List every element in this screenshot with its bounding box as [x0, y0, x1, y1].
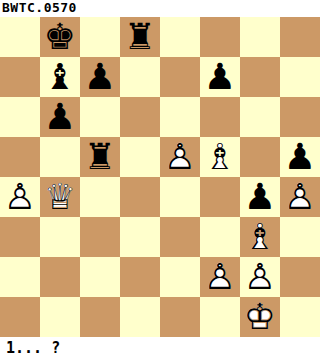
piece-white-king: ♚♔: [240, 297, 280, 337]
square-a2[interactable]: [0, 257, 40, 297]
piece-black-pawn: ♟: [80, 57, 120, 97]
piece-black-rook: ♜: [120, 17, 160, 57]
piece-white-queen: ♛♕: [40, 177, 80, 217]
black-pawn-glyph: ♟: [80, 57, 120, 97]
piece-white-pawn: ♟♙: [200, 257, 240, 297]
square-a6[interactable]: [0, 97, 40, 137]
square-b2[interactable]: [40, 257, 80, 297]
square-h5[interactable]: ♟: [280, 137, 320, 177]
black-pawn-glyph: ♟: [280, 137, 320, 177]
square-a1[interactable]: [0, 297, 40, 337]
white-pawn-outline: ♙: [0, 177, 40, 217]
black-rook-glyph: ♜: [120, 17, 160, 57]
black-rook-glyph: ♜: [80, 137, 120, 177]
piece-black-pawn: ♟: [200, 57, 240, 97]
piece-white-pawn: ♟♙: [240, 257, 280, 297]
white-bishop-outline: ♗: [200, 137, 240, 177]
piece-black-bishop: ♝: [40, 57, 80, 97]
piece-white-pawn: ♟♙: [280, 177, 320, 217]
square-g6[interactable]: [240, 97, 280, 137]
square-f7[interactable]: ♟: [200, 57, 240, 97]
square-d8[interactable]: ♜: [120, 17, 160, 57]
square-b6[interactable]: ♟: [40, 97, 80, 137]
square-f3[interactable]: [200, 217, 240, 257]
square-h2[interactable]: [280, 257, 320, 297]
square-c2[interactable]: [80, 257, 120, 297]
square-f8[interactable]: [200, 17, 240, 57]
piece-white-pawn: ♟♙: [160, 137, 200, 177]
square-g4[interactable]: ♟: [240, 177, 280, 217]
square-g3[interactable]: ♝♗: [240, 217, 280, 257]
square-g1[interactable]: ♚♔: [240, 297, 280, 337]
white-pawn-outline: ♙: [240, 257, 280, 297]
puzzle-id: BWTC.0570: [0, 0, 320, 17]
square-f5[interactable]: ♝♗: [200, 137, 240, 177]
square-c6[interactable]: [80, 97, 120, 137]
square-b1[interactable]: [40, 297, 80, 337]
white-queen-outline: ♕: [40, 177, 80, 217]
square-f6[interactable]: [200, 97, 240, 137]
square-a7[interactable]: [0, 57, 40, 97]
square-d1[interactable]: [120, 297, 160, 337]
piece-black-pawn: ♟: [40, 97, 80, 137]
square-a3[interactable]: [0, 217, 40, 257]
black-king-glyph: ♚: [40, 17, 80, 57]
square-c5[interactable]: ♜: [80, 137, 120, 177]
square-f1[interactable]: [200, 297, 240, 337]
square-c8[interactable]: [80, 17, 120, 57]
square-e2[interactable]: [160, 257, 200, 297]
square-c3[interactable]: [80, 217, 120, 257]
square-e4[interactable]: [160, 177, 200, 217]
square-f4[interactable]: [200, 177, 240, 217]
square-c4[interactable]: [80, 177, 120, 217]
square-d4[interactable]: [120, 177, 160, 217]
square-a5[interactable]: [0, 137, 40, 177]
square-h8[interactable]: [280, 17, 320, 57]
square-d3[interactable]: [120, 217, 160, 257]
black-bishop-glyph: ♝: [40, 57, 80, 97]
square-c1[interactable]: [80, 297, 120, 337]
white-pawn-outline: ♙: [280, 177, 320, 217]
square-d7[interactable]: [120, 57, 160, 97]
piece-white-bishop: ♝♗: [200, 137, 240, 177]
piece-black-pawn: ♟: [280, 137, 320, 177]
black-pawn-glyph: ♟: [200, 57, 240, 97]
square-e3[interactable]: [160, 217, 200, 257]
piece-black-pawn: ♟: [240, 177, 280, 217]
square-d5[interactable]: [120, 137, 160, 177]
square-e1[interactable]: [160, 297, 200, 337]
white-pawn-outline: ♙: [200, 257, 240, 297]
square-g2[interactable]: ♟♙: [240, 257, 280, 297]
move-prompt: 1... ?: [0, 337, 320, 360]
square-b7[interactable]: ♝: [40, 57, 80, 97]
piece-black-rook: ♜: [80, 137, 120, 177]
black-pawn-glyph: ♟: [240, 177, 280, 217]
black-pawn-glyph: ♟: [40, 97, 80, 137]
chess-board: ♚♜♝♟♟♟♜♟♙♝♗♟♟♙♛♕♟♟♙♝♗♟♙♟♙♚♔: [0, 17, 320, 337]
square-b4[interactable]: ♛♕: [40, 177, 80, 217]
square-c7[interactable]: ♟: [80, 57, 120, 97]
square-g8[interactable]: [240, 17, 280, 57]
square-h6[interactable]: [280, 97, 320, 137]
square-g5[interactable]: [240, 137, 280, 177]
square-f2[interactable]: ♟♙: [200, 257, 240, 297]
square-h3[interactable]: [280, 217, 320, 257]
square-g7[interactable]: [240, 57, 280, 97]
white-pawn-outline: ♙: [160, 137, 200, 177]
white-bishop-outline: ♗: [240, 217, 280, 257]
square-e8[interactable]: [160, 17, 200, 57]
square-a4[interactable]: ♟♙: [0, 177, 40, 217]
square-h4[interactable]: ♟♙: [280, 177, 320, 217]
square-e7[interactable]: [160, 57, 200, 97]
square-a8[interactable]: [0, 17, 40, 57]
piece-black-king: ♚: [40, 17, 80, 57]
square-e5[interactable]: ♟♙: [160, 137, 200, 177]
piece-white-pawn: ♟♙: [0, 177, 40, 217]
square-b3[interactable]: [40, 217, 80, 257]
piece-white-bishop: ♝♗: [240, 217, 280, 257]
square-b8[interactable]: ♚: [40, 17, 80, 57]
square-d6[interactable]: [120, 97, 160, 137]
square-h1[interactable]: [280, 297, 320, 337]
square-d2[interactable]: [120, 257, 160, 297]
square-b5[interactable]: [40, 137, 80, 177]
white-king-outline: ♔: [240, 297, 280, 337]
square-e6[interactable]: [160, 97, 200, 137]
square-h7[interactable]: [280, 57, 320, 97]
